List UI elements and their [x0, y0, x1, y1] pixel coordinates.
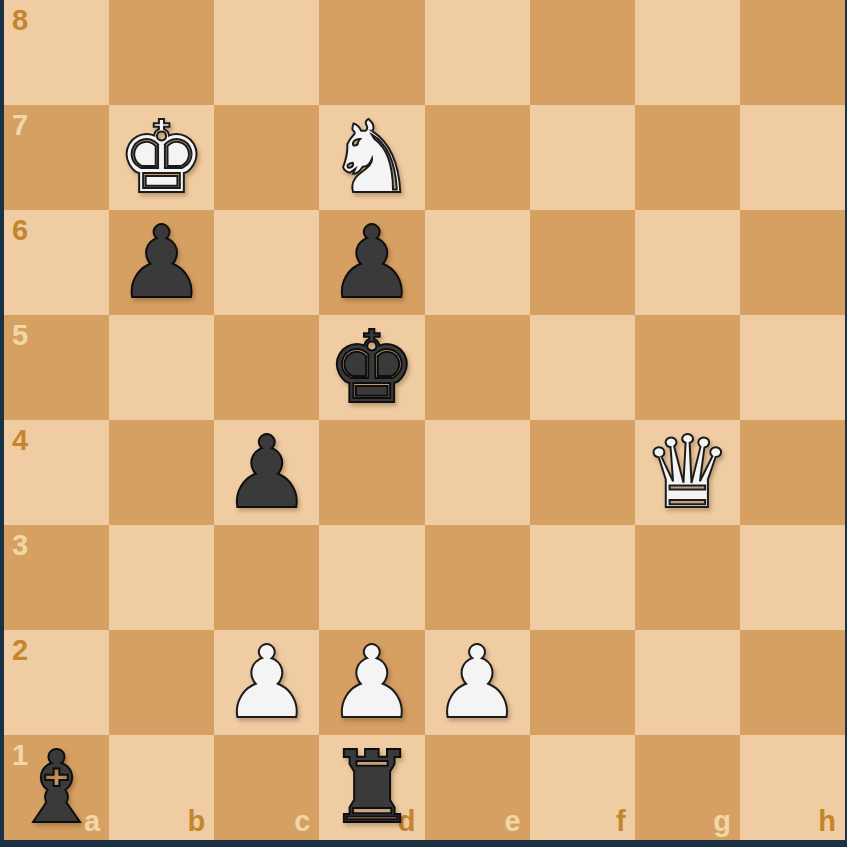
- square-a1[interactable]: 1a♝: [4, 735, 109, 840]
- square-e6[interactable]: [425, 210, 530, 315]
- square-d1[interactable]: d♜: [319, 735, 424, 840]
- square-a8[interactable]: 8: [4, 0, 109, 105]
- piece-black-pawn[interactable]: ♟: [109, 210, 214, 315]
- square-g2[interactable]: [635, 630, 740, 735]
- square-b8[interactable]: [109, 0, 214, 105]
- square-h8[interactable]: [740, 0, 845, 105]
- piece-white-knight[interactable]: ♞: [319, 105, 424, 210]
- square-f2[interactable]: [530, 630, 635, 735]
- square-d6[interactable]: ♟: [319, 210, 424, 315]
- square-h2[interactable]: [740, 630, 845, 735]
- rank-label-7: 7: [12, 111, 28, 140]
- piece-white-pawn[interactable]: ♟: [425, 630, 530, 735]
- square-f3[interactable]: [530, 525, 635, 630]
- square-g3[interactable]: [635, 525, 740, 630]
- square-a7[interactable]: 7: [4, 105, 109, 210]
- square-e2[interactable]: ♟: [425, 630, 530, 735]
- square-a6[interactable]: 6: [4, 210, 109, 315]
- square-e4[interactable]: [425, 420, 530, 525]
- file-label-c: c: [294, 807, 310, 836]
- square-f7[interactable]: [530, 105, 635, 210]
- square-c2[interactable]: ♟: [214, 630, 319, 735]
- square-g7[interactable]: [635, 105, 740, 210]
- square-e1[interactable]: e: [425, 735, 530, 840]
- rank-label-3: 3: [12, 531, 28, 560]
- square-d3[interactable]: [319, 525, 424, 630]
- square-g8[interactable]: [635, 0, 740, 105]
- square-f4[interactable]: [530, 420, 635, 525]
- square-a4[interactable]: 4: [4, 420, 109, 525]
- square-a5[interactable]: 5: [4, 315, 109, 420]
- piece-black-bishop[interactable]: ♝: [4, 735, 109, 840]
- square-c6[interactable]: [214, 210, 319, 315]
- rank-label-6: 6: [12, 216, 28, 245]
- square-g1[interactable]: g: [635, 735, 740, 840]
- square-h1[interactable]: h: [740, 735, 845, 840]
- square-f6[interactable]: [530, 210, 635, 315]
- square-d7[interactable]: ♞: [319, 105, 424, 210]
- square-a3[interactable]: 3: [4, 525, 109, 630]
- square-f1[interactable]: f: [530, 735, 635, 840]
- piece-white-king[interactable]: ♚: [109, 105, 214, 210]
- square-b4[interactable]: [109, 420, 214, 525]
- square-c4[interactable]: ♟: [214, 420, 319, 525]
- square-f5[interactable]: [530, 315, 635, 420]
- square-f8[interactable]: [530, 0, 635, 105]
- file-label-h: h: [818, 807, 836, 836]
- file-label-g: g: [713, 807, 731, 836]
- square-d5[interactable]: ♚: [319, 315, 424, 420]
- square-b6[interactable]: ♟: [109, 210, 214, 315]
- piece-black-pawn[interactable]: ♟: [319, 210, 424, 315]
- piece-white-pawn[interactable]: ♟: [319, 630, 424, 735]
- rank-label-5: 5: [12, 321, 28, 350]
- square-c8[interactable]: [214, 0, 319, 105]
- square-d8[interactable]: [319, 0, 424, 105]
- square-g6[interactable]: [635, 210, 740, 315]
- rank-label-8: 8: [12, 6, 28, 35]
- piece-white-queen[interactable]: ♛: [635, 420, 740, 525]
- rank-label-4: 4: [12, 426, 28, 455]
- square-b2[interactable]: [109, 630, 214, 735]
- square-a2[interactable]: 2: [4, 630, 109, 735]
- chess-app-window: 87♚♞6♟♟5♚4♟♛32♟♟♟1a♝bcd♜efgh: [0, 0, 847, 847]
- square-c1[interactable]: c: [214, 735, 319, 840]
- piece-black-rook[interactable]: ♜: [319, 735, 424, 840]
- square-c5[interactable]: [214, 315, 319, 420]
- chess-board: 87♚♞6♟♟5♚4♟♛32♟♟♟1a♝bcd♜efgh: [4, 0, 845, 840]
- piece-white-pawn[interactable]: ♟: [214, 630, 319, 735]
- square-c3[interactable]: [214, 525, 319, 630]
- square-e8[interactable]: [425, 0, 530, 105]
- piece-black-king[interactable]: ♚: [319, 315, 424, 420]
- piece-black-pawn[interactable]: ♟: [214, 420, 319, 525]
- square-g5[interactable]: [635, 315, 740, 420]
- square-h7[interactable]: [740, 105, 845, 210]
- square-h6[interactable]: [740, 210, 845, 315]
- square-e3[interactable]: [425, 525, 530, 630]
- rank-label-2: 2: [12, 636, 28, 665]
- square-h3[interactable]: [740, 525, 845, 630]
- square-d4[interactable]: [319, 420, 424, 525]
- square-c7[interactable]: [214, 105, 319, 210]
- square-e7[interactable]: [425, 105, 530, 210]
- square-h5[interactable]: [740, 315, 845, 420]
- file-label-e: e: [504, 807, 520, 836]
- square-h4[interactable]: [740, 420, 845, 525]
- square-b1[interactable]: b: [109, 735, 214, 840]
- square-d2[interactable]: ♟: [319, 630, 424, 735]
- square-b7[interactable]: ♚: [109, 105, 214, 210]
- square-b5[interactable]: [109, 315, 214, 420]
- square-g4[interactable]: ♛: [635, 420, 740, 525]
- square-e5[interactable]: [425, 315, 530, 420]
- square-b3[interactable]: [109, 525, 214, 630]
- file-label-f: f: [616, 807, 626, 836]
- file-label-b: b: [188, 807, 206, 836]
